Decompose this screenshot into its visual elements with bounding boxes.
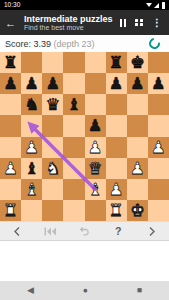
- square-b5[interactable]: [21, 115, 42, 136]
- square-a8[interactable]: ♜: [0, 52, 21, 73]
- back-arrow-icon[interactable]: ←: [5, 17, 19, 29]
- analysis-grid-icon[interactable]: [135, 19, 143, 27]
- square-c5[interactable]: [42, 115, 63, 136]
- square-h7[interactable]: ♟: [148, 73, 169, 94]
- square-h3[interactable]: [148, 158, 169, 179]
- white-k-piece-g1: ♚: [127, 200, 148, 221]
- square-b4[interactable]: ♟: [21, 137, 42, 158]
- skip-to-start-icon: [44, 227, 57, 236]
- square-d2[interactable]: [63, 179, 84, 200]
- square-b1[interactable]: [21, 200, 42, 221]
- square-a4[interactable]: [0, 137, 21, 158]
- square-f6[interactable]: [106, 94, 127, 115]
- depth-value: (depth 23): [54, 39, 95, 49]
- square-g7[interactable]: ♟: [127, 73, 148, 94]
- square-h5[interactable]: [148, 115, 169, 136]
- square-c4[interactable]: [42, 137, 63, 158]
- square-h2[interactable]: [148, 179, 169, 200]
- black-p-piece-f7: ♟: [106, 73, 127, 94]
- question-mark-icon: ?: [115, 225, 121, 237]
- black-b-piece-b3: ♝: [21, 158, 42, 179]
- square-d3[interactable]: [63, 158, 84, 179]
- square-a2[interactable]: [0, 179, 21, 200]
- score-text: Score: 3.39 (depth 23): [5, 39, 95, 49]
- square-g8[interactable]: ♚: [127, 52, 148, 73]
- previous-move-button[interactable]: [7, 222, 27, 240]
- black-p-piece-b7: ♟: [21, 73, 42, 94]
- hint-button[interactable]: ?: [108, 222, 128, 240]
- overflow-menu-icon[interactable]: ⋮: [152, 18, 162, 28]
- android-nav-bar: ◀ ● ■: [0, 281, 169, 300]
- first-move-button[interactable]: [41, 222, 61, 240]
- chevron-right-icon: [148, 226, 156, 237]
- square-a5[interactable]: [0, 115, 21, 136]
- square-d8[interactable]: [63, 52, 84, 73]
- square-c2[interactable]: [42, 179, 63, 200]
- square-e4[interactable]: ♟: [85, 137, 106, 158]
- page-title: Intermediate puzzles: [24, 14, 120, 24]
- square-b3[interactable]: ♝: [21, 158, 42, 179]
- black-b-piece-d6: ♝: [63, 94, 84, 115]
- white-p-piece-b4: ♟: [21, 137, 42, 158]
- black-n-piece-b6: ♞: [21, 94, 42, 115]
- black-r-piece-a8: ♜: [0, 52, 21, 73]
- square-e1[interactable]: [85, 200, 106, 221]
- black-p-piece-g7: ♟: [127, 73, 148, 94]
- page-subtitle: Find the best move: [24, 24, 120, 32]
- square-c3[interactable]: ♞: [42, 158, 63, 179]
- square-d5[interactable]: [63, 115, 84, 136]
- clock: 10:30: [4, 0, 20, 10]
- white-b-piece-b2: ♝: [21, 179, 42, 200]
- square-e3[interactable]: ♛: [85, 158, 106, 179]
- square-d6[interactable]: ♝: [63, 94, 84, 115]
- square-h1[interactable]: [148, 200, 169, 221]
- black-p-piece-c7: ♟: [42, 73, 63, 94]
- black-p-piece-e5: ♟: [85, 115, 106, 136]
- undo-button[interactable]: [74, 222, 94, 240]
- cell-signal-icon: [154, 3, 159, 8]
- square-a3[interactable]: ♟: [0, 158, 21, 179]
- black-k-piece-g8: ♚: [127, 52, 148, 73]
- square-d1[interactable]: [63, 200, 84, 221]
- square-b7[interactable]: ♟: [21, 73, 42, 94]
- next-move-button[interactable]: [142, 222, 162, 240]
- square-h8[interactable]: [148, 52, 169, 73]
- white-p-piece-a3: ♟: [0, 158, 21, 179]
- square-h6[interactable]: [148, 94, 169, 115]
- square-f3[interactable]: [106, 158, 127, 179]
- square-b6[interactable]: ♞: [21, 94, 42, 115]
- square-f5[interactable]: [106, 115, 127, 136]
- square-g4[interactable]: [127, 137, 148, 158]
- square-a6[interactable]: [0, 94, 21, 115]
- square-a7[interactable]: ♟: [0, 73, 21, 94]
- square-c7[interactable]: ♟: [42, 73, 63, 94]
- square-h4[interactable]: ♟: [148, 137, 169, 158]
- square-g6[interactable]: [127, 94, 148, 115]
- square-g1[interactable]: ♚: [127, 200, 148, 221]
- engine-spinner-icon: [147, 36, 162, 51]
- square-c6[interactable]: ♛: [42, 94, 63, 115]
- square-e6[interactable]: [85, 94, 106, 115]
- square-f8[interactable]: ♜: [106, 52, 127, 73]
- black-r-piece-f8: ♜: [106, 52, 127, 73]
- square-c1[interactable]: [42, 200, 63, 221]
- app-screen: 10:30 ← Intermediate puzzles Find the be…: [0, 0, 169, 300]
- black-p-piece-h7: ♟: [148, 73, 169, 94]
- undo-icon: [79, 226, 90, 236]
- android-back-icon[interactable]: ◀: [27, 281, 34, 300]
- black-q-piece-c6: ♛: [42, 94, 63, 115]
- android-home-icon[interactable]: ●: [83, 281, 88, 300]
- score-label: Score:: [5, 39, 31, 49]
- white-p-piece-h4: ♟: [148, 137, 169, 158]
- square-e5[interactable]: ♟: [85, 115, 106, 136]
- square-f2[interactable]: ♟: [106, 179, 127, 200]
- white-n-piece-c3: ♞: [42, 158, 63, 179]
- white-q-piece-e3: ♛: [85, 158, 106, 179]
- square-f4[interactable]: [106, 137, 127, 158]
- white-p-piece-e4: ♟: [85, 137, 106, 158]
- square-b8[interactable]: [21, 52, 42, 73]
- score-bar: Score: 3.39 (depth 23): [0, 35, 169, 52]
- pause-icon[interactable]: [120, 19, 126, 27]
- puzzle-toolbar: ?: [0, 221, 169, 241]
- white-b-piece-e2: ♝: [85, 179, 106, 200]
- white-r-piece-a1: ♜: [0, 200, 21, 221]
- square-g2[interactable]: [127, 179, 148, 200]
- score-value: 3.39: [34, 39, 52, 49]
- app-bar: ← Intermediate puzzles Find the best mov…: [0, 10, 169, 35]
- status-bar: 10:30: [0, 0, 169, 10]
- square-g3[interactable]: ♟: [127, 158, 148, 179]
- android-recents-icon[interactable]: ■: [137, 281, 142, 300]
- chevron-left-icon: [13, 226, 21, 237]
- white-p-piece-g3: ♟: [127, 158, 148, 179]
- square-e2[interactable]: ♝: [85, 179, 106, 200]
- white-r-piece-f1: ♜: [106, 200, 127, 221]
- square-g5[interactable]: [127, 115, 148, 136]
- square-e8[interactable]: [85, 52, 106, 73]
- square-d4[interactable]: [63, 137, 84, 158]
- battery-icon: [162, 2, 166, 9]
- square-e7[interactable]: [85, 73, 106, 94]
- square-f7[interactable]: ♟: [106, 73, 127, 94]
- wifi-icon: [146, 3, 152, 7]
- square-c8[interactable]: [42, 52, 63, 73]
- square-b2[interactable]: ♝: [21, 179, 42, 200]
- content-spacer: [0, 241, 169, 281]
- white-p-piece-f2: ♟: [106, 179, 127, 200]
- square-a1[interactable]: ♜: [0, 200, 21, 221]
- black-p-piece-a7: ♟: [0, 73, 21, 94]
- square-d7[interactable]: [63, 73, 84, 94]
- chess-board[interactable]: ♜♜♚♟♟♟♟♟♟♞♛♝♟♟♟♟♟♝♞♛♟♝♝♟♜♜♚: [0, 52, 169, 221]
- square-f1[interactable]: ♜: [106, 200, 127, 221]
